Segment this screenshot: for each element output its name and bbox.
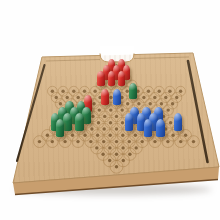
peg-red[interactable]	[118, 71, 126, 86]
peg-blue[interactable]	[125, 113, 134, 131]
peg-red[interactable]	[101, 89, 109, 105]
peg-red[interactable]	[97, 71, 105, 86]
peg-red[interactable]	[108, 71, 116, 86]
peg-blue[interactable]	[113, 89, 121, 105]
peg-blue[interactable]	[174, 113, 183, 131]
chinese-checkers-photo	[0, 0, 220, 220]
peg-blue[interactable]	[144, 119, 153, 137]
pegs-layer	[0, 0, 220, 220]
peg-blue[interactable]	[156, 119, 165, 137]
peg-green[interactable]	[129, 83, 137, 99]
peg-green[interactable]	[63, 113, 72, 131]
peg-green[interactable]	[56, 119, 65, 137]
peg-green[interactable]	[75, 113, 84, 131]
